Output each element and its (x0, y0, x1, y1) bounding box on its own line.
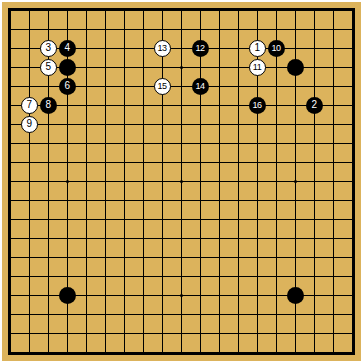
stone-move-1-white-O17: 1 (249, 40, 266, 57)
stone-move-15-white-J15: 15 (154, 78, 171, 95)
move-number: 13 (157, 44, 166, 53)
move-number: 15 (157, 82, 166, 91)
move-number: 4 (64, 43, 69, 53)
move-number: 10 (271, 44, 280, 53)
move-number: 14 (195, 82, 204, 91)
stone-move-6-black-D15: 6 (59, 78, 76, 95)
stone-move-2-black-R14: 2 (306, 97, 323, 114)
stones-layer: 12345678910111213141516 (1, 1, 361, 361)
stone-move-13-white-J17: 13 (154, 40, 171, 57)
move-number: 16 (252, 101, 261, 110)
stone-move-16-black-O14: 16 (249, 97, 266, 114)
move-number: 1 (254, 43, 259, 53)
stone-move-8-black-C14: 8 (40, 97, 57, 114)
image-edge-artifact-left (0, 0, 2, 361)
stone-handicap-black-Q4 (287, 287, 304, 304)
go-board-diagram: 12345678910111213141516 (0, 0, 361, 361)
move-number: 8 (45, 100, 50, 110)
stone-move-11-white-O16: 11 (249, 59, 266, 76)
move-number: 3 (45, 43, 50, 53)
stone-move-5-white-C16: 5 (40, 59, 57, 76)
stone-handicap-black-D16 (59, 59, 76, 76)
move-number: 9 (26, 119, 31, 129)
stone-move-10-black-P17: 10 (268, 40, 285, 57)
move-number: 5 (45, 62, 50, 72)
move-number: 7 (26, 100, 31, 110)
stone-move-14-black-L15: 14 (192, 78, 209, 95)
stone-move-3-white-C17: 3 (40, 40, 57, 57)
stone-move-9-white-B13: 9 (21, 116, 38, 133)
stone-move-12-black-L17: 12 (192, 40, 209, 57)
move-number: 6 (64, 81, 69, 91)
image-edge-artifact-top (0, 0, 361, 2)
stone-move-7-white-B14: 7 (21, 97, 38, 114)
move-number: 11 (253, 63, 261, 72)
stone-handicap-black-Q16 (287, 59, 304, 76)
move-number: 12 (195, 44, 204, 53)
stone-handicap-black-D4 (59, 287, 76, 304)
move-number: 2 (311, 100, 316, 110)
stone-move-4-black-D17: 4 (59, 40, 76, 57)
